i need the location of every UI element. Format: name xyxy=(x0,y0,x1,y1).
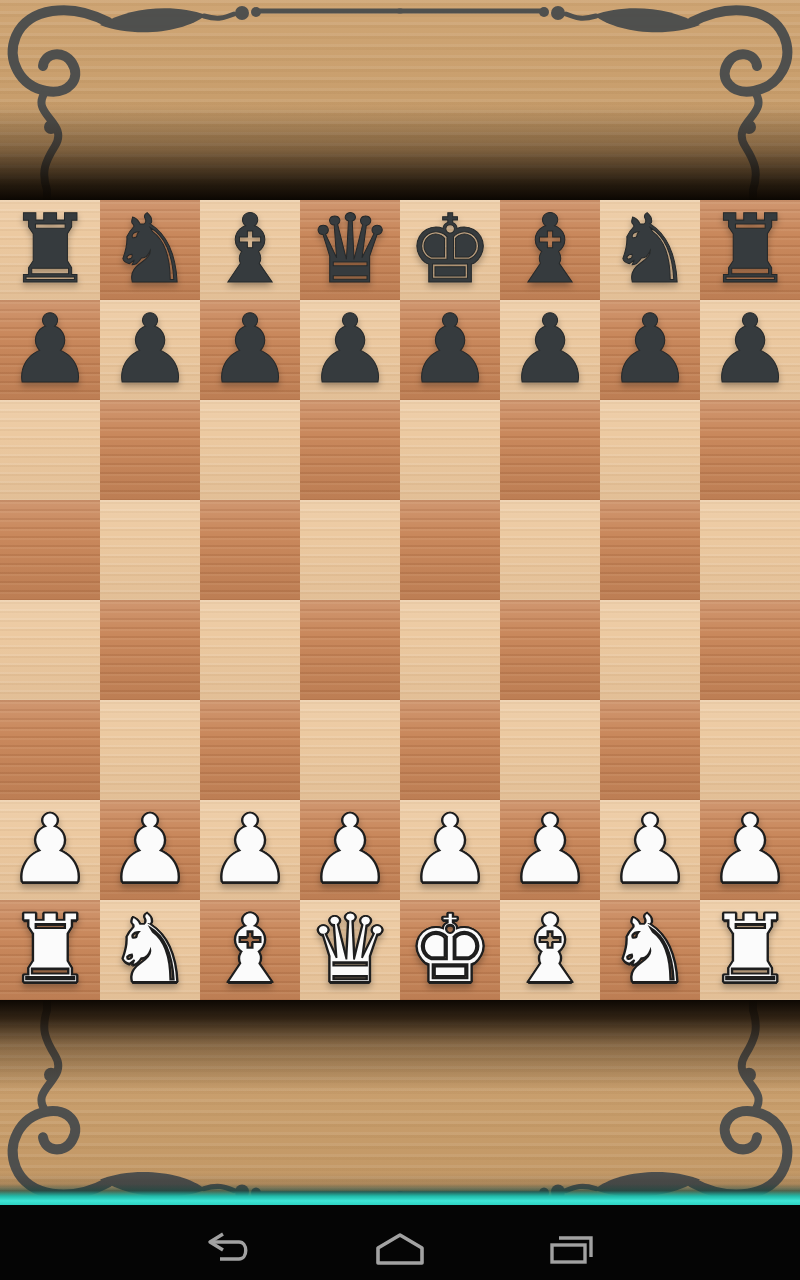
black-pawn[interactable]: ♟ xyxy=(200,300,300,400)
square-g7[interactable]: ♟ xyxy=(600,300,700,400)
chess-board[interactable]: ♜♞♝♛♚♝♞♜♟♟♟♟♟♟♟♟♟♟♟♟♟♟♟♟♜♞♝♛♚♝♞♜ xyxy=(0,200,800,1000)
square-g1[interactable]: ♞ xyxy=(600,900,700,1000)
square-c8[interactable]: ♝ xyxy=(200,200,300,300)
square-c2[interactable]: ♟ xyxy=(200,800,300,900)
home-icon xyxy=(375,1233,425,1265)
square-h7[interactable]: ♟ xyxy=(700,300,800,400)
square-a3[interactable] xyxy=(0,700,100,800)
black-pawn[interactable]: ♟ xyxy=(0,300,100,400)
recents-icon xyxy=(549,1233,595,1265)
white-king[interactable]: ♚ xyxy=(400,900,500,1000)
white-pawn[interactable]: ♟ xyxy=(0,800,100,900)
square-b4[interactable] xyxy=(100,600,200,700)
square-g3[interactable] xyxy=(600,700,700,800)
square-f3[interactable] xyxy=(500,700,600,800)
white-queen[interactable]: ♛ xyxy=(300,900,400,1000)
square-g2[interactable]: ♟ xyxy=(600,800,700,900)
square-a5[interactable] xyxy=(0,500,100,600)
square-d3[interactable] xyxy=(300,700,400,800)
square-c3[interactable] xyxy=(200,700,300,800)
square-a1[interactable]: ♜ xyxy=(0,900,100,1000)
square-b2[interactable]: ♟ xyxy=(100,800,200,900)
square-b1[interactable]: ♞ xyxy=(100,900,200,1000)
black-rook[interactable]: ♜ xyxy=(700,200,800,300)
square-c7[interactable]: ♟ xyxy=(200,300,300,400)
white-bishop[interactable]: ♝ xyxy=(200,900,300,1000)
square-h4[interactable] xyxy=(700,600,800,700)
square-d7[interactable]: ♟ xyxy=(300,300,400,400)
square-a7[interactable]: ♟ xyxy=(0,300,100,400)
square-h2[interactable]: ♟ xyxy=(700,800,800,900)
back-button[interactable] xyxy=(205,1229,255,1269)
bottom-border-ornament xyxy=(0,1000,800,1205)
square-g8[interactable]: ♞ xyxy=(600,200,700,300)
black-pawn[interactable]: ♟ xyxy=(700,300,800,400)
white-knight[interactable]: ♞ xyxy=(100,900,200,1000)
white-bishop[interactable]: ♝ xyxy=(500,900,600,1000)
square-a6[interactable] xyxy=(0,400,100,500)
screen-glow-accent xyxy=(0,1184,800,1205)
square-b3[interactable] xyxy=(100,700,200,800)
square-a2[interactable]: ♟ xyxy=(0,800,100,900)
square-e5[interactable] xyxy=(400,500,500,600)
square-f5[interactable] xyxy=(500,500,600,600)
black-rook[interactable]: ♜ xyxy=(0,200,100,300)
square-h5[interactable] xyxy=(700,500,800,600)
black-queen[interactable]: ♛ xyxy=(300,200,400,300)
black-bishop[interactable]: ♝ xyxy=(200,200,300,300)
white-pawn[interactable]: ♟ xyxy=(400,800,500,900)
square-d8[interactable]: ♛ xyxy=(300,200,400,300)
black-pawn[interactable]: ♟ xyxy=(500,300,600,400)
square-e3[interactable] xyxy=(400,700,500,800)
square-f2[interactable]: ♟ xyxy=(500,800,600,900)
black-pawn[interactable]: ♟ xyxy=(400,300,500,400)
square-f8[interactable]: ♝ xyxy=(500,200,600,300)
square-g4[interactable] xyxy=(600,600,700,700)
square-e4[interactable] xyxy=(400,600,500,700)
square-e1[interactable]: ♚ xyxy=(400,900,500,1000)
square-b6[interactable] xyxy=(100,400,200,500)
square-d6[interactable] xyxy=(300,400,400,500)
square-b7[interactable]: ♟ xyxy=(100,300,200,400)
square-h8[interactable]: ♜ xyxy=(700,200,800,300)
white-pawn[interactable]: ♟ xyxy=(600,800,700,900)
white-pawn[interactable]: ♟ xyxy=(700,800,800,900)
white-pawn[interactable]: ♟ xyxy=(500,800,600,900)
square-h6[interactable] xyxy=(700,400,800,500)
square-b8[interactable]: ♞ xyxy=(100,200,200,300)
square-c6[interactable] xyxy=(200,400,300,500)
square-f7[interactable]: ♟ xyxy=(500,300,600,400)
black-pawn[interactable]: ♟ xyxy=(600,300,700,400)
android-navbar xyxy=(0,1205,800,1280)
square-d4[interactable] xyxy=(300,600,400,700)
bottom-wood-panel xyxy=(0,1000,800,1205)
square-f1[interactable]: ♝ xyxy=(500,900,600,1000)
white-pawn[interactable]: ♟ xyxy=(100,800,200,900)
square-a4[interactable] xyxy=(0,600,100,700)
black-bishop[interactable]: ♝ xyxy=(500,200,600,300)
square-g5[interactable] xyxy=(600,500,700,600)
home-button[interactable] xyxy=(375,1229,425,1269)
square-c1[interactable]: ♝ xyxy=(200,900,300,1000)
white-pawn[interactable]: ♟ xyxy=(300,800,400,900)
top-wood-panel xyxy=(0,0,800,200)
square-d1[interactable]: ♛ xyxy=(300,900,400,1000)
square-f4[interactable] xyxy=(500,600,600,700)
square-c5[interactable] xyxy=(200,500,300,600)
top-border-ornament xyxy=(0,0,800,200)
black-king[interactable]: ♚ xyxy=(400,200,500,300)
square-b5[interactable] xyxy=(100,500,200,600)
square-h1[interactable]: ♜ xyxy=(700,900,800,1000)
square-a8[interactable]: ♜ xyxy=(0,200,100,300)
white-rook[interactable]: ♜ xyxy=(700,900,800,1000)
black-pawn[interactable]: ♟ xyxy=(300,300,400,400)
square-d2[interactable]: ♟ xyxy=(300,800,400,900)
app-screen: ♜♞♝♛♚♝♞♜♟♟♟♟♟♟♟♟♟♟♟♟♟♟♟♟♜♞♝♛♚♝♞♜ xyxy=(0,0,800,1280)
black-knight[interactable]: ♞ xyxy=(600,200,700,300)
square-f6[interactable] xyxy=(500,400,600,500)
square-e7[interactable]: ♟ xyxy=(400,300,500,400)
white-pawn[interactable]: ♟ xyxy=(200,800,300,900)
black-knight[interactable]: ♞ xyxy=(100,200,200,300)
square-h3[interactable] xyxy=(700,700,800,800)
square-d5[interactable] xyxy=(300,500,400,600)
recents-button[interactable] xyxy=(547,1229,597,1269)
black-pawn[interactable]: ♟ xyxy=(100,300,200,400)
back-icon xyxy=(207,1232,253,1266)
square-e2[interactable]: ♟ xyxy=(400,800,500,900)
square-e8[interactable]: ♚ xyxy=(400,200,500,300)
square-c4[interactable] xyxy=(200,600,300,700)
white-knight[interactable]: ♞ xyxy=(600,900,700,1000)
square-e6[interactable] xyxy=(400,400,500,500)
square-g6[interactable] xyxy=(600,400,700,500)
white-rook[interactable]: ♜ xyxy=(0,900,100,1000)
